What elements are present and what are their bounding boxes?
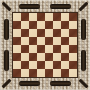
square-b1[interactable] xyxy=(21,69,29,77)
inlay-bar-top-right xyxy=(50,4,71,9)
square-h5[interactable] xyxy=(69,37,77,45)
inlay-bar-bottom-left xyxy=(19,81,40,86)
square-f8[interactable] xyxy=(53,13,61,21)
square-e1[interactable] xyxy=(45,69,53,77)
square-h6[interactable] xyxy=(69,29,77,37)
square-h1[interactable] xyxy=(69,69,77,77)
square-g1[interactable] xyxy=(61,69,69,77)
square-d6[interactable] xyxy=(37,29,45,37)
square-f1[interactable] xyxy=(53,69,61,77)
inlay-bar-top-left xyxy=(19,4,40,9)
square-b2[interactable] xyxy=(21,61,29,69)
square-e3[interactable] xyxy=(45,53,53,61)
square-g5[interactable] xyxy=(61,37,69,45)
square-c2[interactable] xyxy=(29,61,37,69)
square-c7[interactable] xyxy=(29,21,37,29)
square-c6[interactable] xyxy=(29,29,37,37)
square-e4[interactable] xyxy=(45,45,53,53)
square-g6[interactable] xyxy=(61,29,69,37)
inlay-bar-right-lower xyxy=(81,50,86,71)
square-e8[interactable] xyxy=(45,13,53,21)
square-a4[interactable] xyxy=(13,45,21,53)
square-h2[interactable] xyxy=(69,61,77,69)
square-a3[interactable] xyxy=(13,53,21,61)
square-h7[interactable] xyxy=(69,21,77,29)
square-c3[interactable] xyxy=(29,53,37,61)
square-c5[interactable] xyxy=(29,37,37,45)
square-e6[interactable] xyxy=(45,29,53,37)
inlay-bar-left-upper xyxy=(4,19,9,40)
square-f2[interactable] xyxy=(53,61,61,69)
square-f7[interactable] xyxy=(53,21,61,29)
square-e5[interactable] xyxy=(45,37,53,45)
square-e2[interactable] xyxy=(45,61,53,69)
square-b8[interactable] xyxy=(21,13,29,21)
square-a2[interactable] xyxy=(13,61,21,69)
square-f4[interactable] xyxy=(53,45,61,53)
square-a5[interactable] xyxy=(13,37,21,45)
square-a1[interactable] xyxy=(13,69,21,77)
square-h4[interactable] xyxy=(69,45,77,53)
inlay-bar-left-lower xyxy=(4,50,9,71)
square-c1[interactable] xyxy=(29,69,37,77)
inlay-bar-right-upper xyxy=(81,19,86,40)
chess-board-photo xyxy=(0,0,90,90)
square-c4[interactable] xyxy=(29,45,37,53)
square-d5[interactable] xyxy=(37,37,45,45)
square-a6[interactable] xyxy=(13,29,21,37)
inlay-bar-bottom-right xyxy=(50,81,71,86)
square-d7[interactable] xyxy=(37,21,45,29)
square-g8[interactable] xyxy=(61,13,69,21)
square-b6[interactable] xyxy=(21,29,29,37)
square-d2[interactable] xyxy=(37,61,45,69)
square-a7[interactable] xyxy=(13,21,21,29)
square-c8[interactable] xyxy=(29,13,37,21)
square-f3[interactable] xyxy=(53,53,61,61)
square-f6[interactable] xyxy=(53,29,61,37)
square-g7[interactable] xyxy=(61,21,69,29)
square-f5[interactable] xyxy=(53,37,61,45)
square-b5[interactable] xyxy=(21,37,29,45)
square-d4[interactable] xyxy=(37,45,45,53)
square-e7[interactable] xyxy=(45,21,53,29)
square-d3[interactable] xyxy=(37,53,45,61)
square-h3[interactable] xyxy=(69,53,77,61)
square-d8[interactable] xyxy=(37,13,45,21)
square-b7[interactable] xyxy=(21,21,29,29)
square-b3[interactable] xyxy=(21,53,29,61)
square-a8[interactable] xyxy=(13,13,21,21)
square-h8[interactable] xyxy=(69,13,77,21)
square-g2[interactable] xyxy=(61,61,69,69)
square-b4[interactable] xyxy=(21,45,29,53)
square-g4[interactable] xyxy=(61,45,69,53)
square-d1[interactable] xyxy=(37,69,45,77)
square-g3[interactable] xyxy=(61,53,69,61)
chess-board xyxy=(13,13,77,77)
